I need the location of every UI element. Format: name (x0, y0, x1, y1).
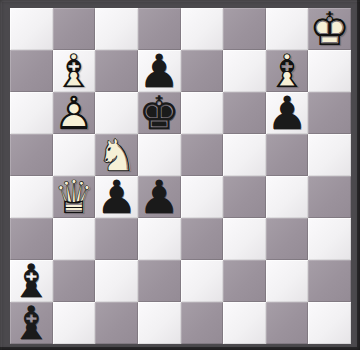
square-a7[interactable] (10, 50, 53, 92)
square-e5[interactable] (181, 134, 224, 176)
piece-white-pawn-b6[interactable]: ♟♙ (53, 92, 96, 134)
square-e6[interactable] (181, 92, 224, 134)
square-f7[interactable] (223, 50, 266, 92)
black-pawn-glyph: ♟ (138, 176, 181, 218)
square-h2[interactable] (308, 260, 351, 302)
square-e2[interactable] (181, 260, 224, 302)
square-b1[interactable] (53, 302, 96, 344)
chess-board: ♚♔♝♗♟♝♗♟♙♚♟♞♘♛♕♟♟♝♝ (10, 8, 351, 344)
square-a8[interactable] (10, 8, 53, 50)
square-h8[interactable]: ♚♔ (308, 8, 351, 50)
square-g3[interactable] (266, 218, 309, 260)
square-e7[interactable] (181, 50, 224, 92)
square-a5[interactable] (10, 134, 53, 176)
square-e4[interactable] (181, 176, 224, 218)
square-d3[interactable] (138, 218, 181, 260)
piece-white-queen-b4[interactable]: ♛♕ (53, 176, 96, 218)
square-f8[interactable] (223, 8, 266, 50)
square-a1[interactable]: ♝ (10, 302, 53, 344)
square-a4[interactable] (10, 176, 53, 218)
square-b6[interactable]: ♟♙ (53, 92, 96, 134)
square-g6[interactable]: ♟ (266, 92, 309, 134)
square-f2[interactable] (223, 260, 266, 302)
square-f5[interactable] (223, 134, 266, 176)
black-pawn-glyph: ♟ (266, 92, 309, 134)
square-g5[interactable] (266, 134, 309, 176)
white-king-outline: ♔ (308, 8, 351, 50)
square-h3[interactable] (308, 218, 351, 260)
square-e8[interactable] (181, 8, 224, 50)
square-e1[interactable] (181, 302, 224, 344)
square-f4[interactable] (223, 176, 266, 218)
square-g4[interactable] (266, 176, 309, 218)
black-bishop-glyph: ♝ (10, 302, 53, 344)
square-d1[interactable] (138, 302, 181, 344)
square-c1[interactable] (95, 302, 138, 344)
square-c3[interactable] (95, 218, 138, 260)
square-b3[interactable] (53, 218, 96, 260)
square-c8[interactable] (95, 8, 138, 50)
square-c7[interactable] (95, 50, 138, 92)
black-king-glyph: ♚ (138, 92, 181, 134)
square-g1[interactable] (266, 302, 309, 344)
piece-black-pawn-g6[interactable]: ♟ (266, 92, 309, 134)
square-c2[interactable] (95, 260, 138, 302)
square-h6[interactable] (308, 92, 351, 134)
square-b2[interactable] (53, 260, 96, 302)
piece-white-king-h8[interactable]: ♚♔ (308, 8, 351, 50)
piece-black-king-d6[interactable]: ♚ (138, 92, 181, 134)
square-d4[interactable]: ♟ (138, 176, 181, 218)
square-f1[interactable] (223, 302, 266, 344)
black-pawn-glyph: ♟ (95, 176, 138, 218)
square-c4[interactable]: ♟ (95, 176, 138, 218)
square-f6[interactable] (223, 92, 266, 134)
square-a6[interactable] (10, 92, 53, 134)
board-frame: ♚♔♝♗♟♝♗♟♙♚♟♞♘♛♕♟♟♝♝ (0, 0, 360, 350)
piece-black-pawn-d4[interactable]: ♟ (138, 176, 181, 218)
square-h1[interactable] (308, 302, 351, 344)
square-d6[interactable]: ♚ (138, 92, 181, 134)
square-e3[interactable] (181, 218, 224, 260)
square-d2[interactable] (138, 260, 181, 302)
white-pawn-outline: ♙ (53, 92, 96, 134)
square-f3[interactable] (223, 218, 266, 260)
square-b4[interactable]: ♛♕ (53, 176, 96, 218)
white-queen-outline: ♕ (53, 176, 96, 218)
square-h7[interactable] (308, 50, 351, 92)
square-h4[interactable] (308, 176, 351, 218)
square-h5[interactable] (308, 134, 351, 176)
square-g2[interactable] (266, 260, 309, 302)
piece-black-pawn-c4[interactable]: ♟ (95, 176, 138, 218)
piece-black-bishop-a1[interactable]: ♝ (10, 302, 53, 344)
